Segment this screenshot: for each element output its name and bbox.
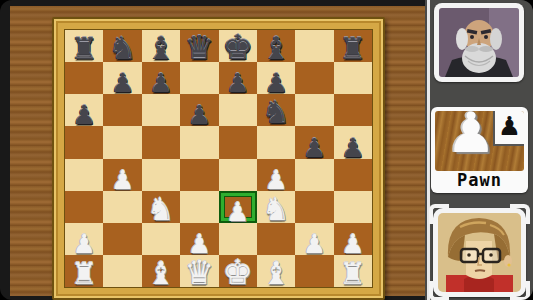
piece-black-rook: ♜: [65, 34, 103, 64]
chess-board[interactable]: ♜♞♝♛♚♝♜♟♟♟♟♟♟♞♟♟♟♟♞♟♞♟♟♟♟♜♝♛♚♝♜: [64, 29, 373, 288]
square-h6[interactable]: [334, 94, 372, 126]
piece-black-pawn: ♟: [334, 135, 372, 161]
square-b5[interactable]: [103, 126, 141, 158]
panel-divider: [427, 0, 430, 300]
selected-piece-widget: ♟ ♟ Pawn: [431, 107, 528, 193]
square-a3[interactable]: [65, 191, 103, 223]
opponent-portrait: [439, 8, 519, 77]
piece-black-pawn: ♟: [257, 70, 295, 96]
selected-piece-label: Pawn: [431, 170, 528, 190]
square-e5[interactable]: [219, 126, 257, 158]
game-screen: ♜♞♝♛♚♝♜♟♟♟♟♟♟♞♟♟♟♟♞♟♞♟♟♟♟♜♝♛♚♝♜: [0, 0, 533, 300]
square-c2[interactable]: [142, 223, 180, 255]
piece-black-pawn: ♟: [295, 135, 333, 161]
square-d1[interactable]: ♛: [180, 255, 218, 287]
square-b1[interactable]: [103, 255, 141, 287]
player-portrait: [438, 213, 521, 292]
piece-white-bishop: ♝: [257, 258, 295, 289]
piece-black-king: ♚: [219, 30, 257, 64]
selected-piece-art: ♟ ♟: [435, 111, 524, 171]
piece-white-pawn: ♟: [65, 231, 103, 257]
piece-black-rook: ♜: [334, 34, 372, 64]
square-a7[interactable]: [65, 62, 103, 94]
square-a1[interactable]: ♜: [65, 255, 103, 287]
square-e6[interactable]: [219, 94, 257, 126]
square-f6[interactable]: ♞: [257, 94, 295, 126]
square-b7[interactable]: ♟: [103, 62, 141, 94]
square-b3[interactable]: [103, 191, 141, 223]
square-a5[interactable]: [65, 126, 103, 158]
square-f7[interactable]: ♟: [257, 62, 295, 94]
square-e7[interactable]: ♟: [219, 62, 257, 94]
square-g4[interactable]: [295, 159, 333, 191]
square-f5[interactable]: [257, 126, 295, 158]
square-a4[interactable]: [65, 159, 103, 191]
piece-black-pawn: ♟: [219, 70, 257, 96]
square-c1[interactable]: ♝: [142, 255, 180, 287]
square-b6[interactable]: [103, 94, 141, 126]
square-g6[interactable]: [295, 94, 333, 126]
square-g1[interactable]: [295, 255, 333, 287]
square-h7[interactable]: [334, 62, 372, 94]
square-d7[interactable]: [180, 62, 218, 94]
square-d3[interactable]: [180, 191, 218, 223]
piece-black-bishop: ♝: [257, 33, 295, 64]
piece-white-knight: ♞: [142, 194, 180, 225]
piece-white-king: ♚: [219, 255, 257, 289]
square-d8[interactable]: ♛: [180, 30, 218, 62]
square-e1[interactable]: ♚: [219, 255, 257, 287]
piece-black-pawn: ♟: [180, 102, 218, 128]
square-a6[interactable]: ♟: [65, 94, 103, 126]
piece-white-pawn: ♟: [257, 167, 295, 193]
square-f3[interactable]: ♞: [257, 191, 295, 223]
side-panel: ♟ ♟ Pawn: [425, 0, 533, 300]
piece-white-pawn: ♟: [219, 199, 257, 225]
square-a8[interactable]: ♜: [65, 30, 103, 62]
piece-white-pawn: ♟: [334, 231, 372, 257]
square-g3[interactable]: [295, 191, 333, 223]
square-b4[interactable]: ♟: [103, 159, 141, 191]
piece-black-pawn: ♟: [65, 102, 103, 128]
piece-white-queen: ♛: [180, 256, 218, 289]
chess-board-frame: ♜♞♝♛♚♝♜♟♟♟♟♟♟♞♟♟♟♟♞♟♞♟♟♟♟♜♝♛♚♝♜: [52, 17, 385, 300]
black-pawn-badge: ♟: [493, 111, 524, 146]
square-g7[interactable]: [295, 62, 333, 94]
square-h1[interactable]: ♜: [334, 255, 372, 287]
square-e8[interactable]: ♚: [219, 30, 257, 62]
square-c6[interactable]: [142, 94, 180, 126]
piece-white-rook: ♜: [65, 259, 103, 289]
square-e2[interactable]: [219, 223, 257, 255]
piece-white-pawn: ♟: [295, 231, 333, 257]
square-b8[interactable]: ♞: [103, 30, 141, 62]
square-h2[interactable]: ♟: [334, 223, 372, 255]
square-f4[interactable]: ♟: [257, 159, 295, 191]
piece-white-pawn: ♟: [180, 231, 218, 257]
piece-black-pawn: ♟: [142, 70, 180, 96]
square-c4[interactable]: [142, 159, 180, 191]
square-d6[interactable]: ♟: [180, 94, 218, 126]
square-g2[interactable]: ♟: [295, 223, 333, 255]
piece-white-knight: ♞: [257, 194, 295, 225]
square-h8[interactable]: ♜: [334, 30, 372, 62]
square-g8[interactable]: [295, 30, 333, 62]
square-h3[interactable]: [334, 191, 372, 223]
piece-black-bishop: ♝: [142, 33, 180, 64]
piece-black-queen: ♛: [180, 31, 218, 64]
square-c8[interactable]: ♝: [142, 30, 180, 62]
square-f2[interactable]: [257, 223, 295, 255]
piece-black-knight: ♞: [257, 97, 295, 128]
square-h5[interactable]: ♟: [334, 126, 372, 158]
player-portrait-frame: [433, 208, 526, 297]
piece-black-knight: ♞: [103, 33, 141, 64]
square-a2[interactable]: ♟: [65, 223, 103, 255]
piece-black-pawn: ♟: [103, 70, 141, 96]
piece-white-rook: ♜: [334, 259, 372, 289]
black-pawn-icon: ♟: [495, 113, 524, 139]
square-c3[interactable]: ♞: [142, 191, 180, 223]
square-h4[interactable]: [334, 159, 372, 191]
piece-white-bishop: ♝: [142, 258, 180, 289]
square-g5[interactable]: ♟: [295, 126, 333, 158]
square-d5[interactable]: [180, 126, 218, 158]
square-d2[interactable]: ♟: [180, 223, 218, 255]
wood-table: ♜♞♝♛♚♝♜♟♟♟♟♟♟♞♟♟♟♟♞♟♞♟♟♟♟♜♝♛♚♝♜: [10, 6, 425, 296]
square-d4[interactable]: [180, 159, 218, 191]
opponent-portrait-frame: [434, 3, 524, 82]
square-e4[interactable]: [219, 159, 257, 191]
square-c7[interactable]: ♟: [142, 62, 180, 94]
square-b2[interactable]: [103, 223, 141, 255]
square-f1[interactable]: ♝: [257, 255, 295, 287]
square-f8[interactable]: ♝: [257, 30, 295, 62]
square-c5[interactable]: [142, 126, 180, 158]
square-e3[interactable]: ♟: [219, 191, 257, 223]
piece-white-pawn: ♟: [103, 167, 141, 193]
